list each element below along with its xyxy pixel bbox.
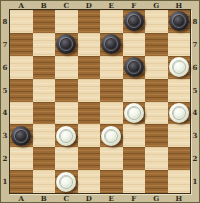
square-e8[interactable] [100, 10, 123, 33]
file-label-c: C [55, 194, 78, 202]
square-c4[interactable] [55, 102, 78, 125]
white-man[interactable] [169, 103, 189, 123]
square-e5[interactable] [100, 79, 123, 102]
white-man[interactable] [56, 126, 76, 146]
square-d7[interactable] [78, 33, 101, 56]
file-label-f: F [123, 194, 146, 202]
square-b6[interactable] [33, 56, 56, 79]
square-f6[interactable] [123, 56, 146, 79]
square-f4[interactable] [123, 102, 146, 125]
rank-label-4: 4 [1, 102, 9, 125]
rank-label-3: 3 [1, 124, 9, 147]
square-f1[interactable] [123, 170, 146, 193]
black-man[interactable] [169, 11, 189, 31]
square-d5[interactable] [78, 79, 101, 102]
square-c8[interactable] [55, 10, 78, 33]
rank-labels-right: 87654321 [191, 10, 199, 193]
checkers-board-widget: ABCDEFGH 87654321 87654321 ABCDEFGH [0, 0, 200, 203]
square-a4[interactable] [10, 102, 33, 125]
square-b3[interactable] [33, 124, 56, 147]
square-a5[interactable] [10, 79, 33, 102]
square-h4[interactable] [168, 102, 191, 125]
file-label-g: G [145, 194, 168, 202]
square-e2[interactable] [100, 147, 123, 170]
rank-label-3: 3 [191, 124, 199, 147]
square-d4[interactable] [78, 102, 101, 125]
square-a6[interactable] [10, 56, 33, 79]
file-label-d: D [78, 1, 101, 9]
file-label-d: D [78, 194, 101, 202]
square-d2[interactable] [78, 147, 101, 170]
black-man[interactable] [11, 126, 31, 146]
square-h7[interactable] [168, 33, 191, 56]
square-h1[interactable] [168, 170, 191, 193]
square-h8[interactable] [168, 10, 191, 33]
rank-label-5: 5 [1, 79, 9, 102]
file-label-h: H [168, 1, 191, 9]
rank-label-7: 7 [191, 33, 199, 56]
square-a8[interactable] [10, 10, 33, 33]
file-labels-bottom: ABCDEFGH [10, 194, 190, 202]
rank-label-8: 8 [1, 10, 9, 33]
file-label-f: F [123, 1, 146, 9]
square-b7[interactable] [33, 33, 56, 56]
square-g4[interactable] [145, 102, 168, 125]
file-label-c: C [55, 1, 78, 9]
square-b4[interactable] [33, 102, 56, 125]
square-g1[interactable] [145, 170, 168, 193]
square-d6[interactable] [78, 56, 101, 79]
white-man[interactable] [124, 103, 144, 123]
white-man[interactable] [56, 172, 76, 192]
square-c1[interactable] [55, 170, 78, 193]
square-b5[interactable] [33, 79, 56, 102]
rank-label-5: 5 [191, 79, 199, 102]
square-f5[interactable] [123, 79, 146, 102]
square-g8[interactable] [145, 10, 168, 33]
square-f8[interactable] [123, 10, 146, 33]
rank-label-7: 7 [1, 33, 9, 56]
square-g6[interactable] [145, 56, 168, 79]
white-man[interactable] [101, 126, 121, 146]
file-label-a: A [10, 1, 33, 9]
square-b1[interactable] [33, 170, 56, 193]
file-label-e: E [100, 1, 123, 9]
rank-label-8: 8 [191, 10, 199, 33]
square-h2[interactable] [168, 147, 191, 170]
square-e7[interactable] [100, 33, 123, 56]
square-f3[interactable] [123, 124, 146, 147]
rank-label-6: 6 [191, 56, 199, 79]
file-label-b: B [33, 194, 56, 202]
square-a1[interactable] [10, 170, 33, 193]
square-h5[interactable] [168, 79, 191, 102]
square-h6[interactable] [168, 56, 191, 79]
rank-label-4: 4 [191, 102, 199, 125]
black-man[interactable] [124, 57, 144, 77]
square-d3[interactable] [78, 124, 101, 147]
square-c6[interactable] [55, 56, 78, 79]
rank-labels-left: 87654321 [1, 10, 9, 193]
square-e4[interactable] [100, 102, 123, 125]
white-man[interactable] [169, 57, 189, 77]
square-g5[interactable] [145, 79, 168, 102]
file-label-g: G [145, 1, 168, 9]
black-man[interactable] [101, 34, 121, 54]
rank-label-2: 2 [191, 147, 199, 170]
square-c7[interactable] [55, 33, 78, 56]
square-c3[interactable] [55, 124, 78, 147]
square-e3[interactable] [100, 124, 123, 147]
black-man[interactable] [56, 34, 76, 54]
rank-label-1: 1 [1, 170, 9, 193]
square-g7[interactable] [145, 33, 168, 56]
square-c5[interactable] [55, 79, 78, 102]
rank-label-2: 2 [1, 147, 9, 170]
square-a3[interactable] [10, 124, 33, 147]
file-label-a: A [10, 194, 33, 202]
square-b2[interactable] [33, 147, 56, 170]
file-label-h: H [168, 194, 191, 202]
square-a2[interactable] [10, 147, 33, 170]
rank-label-1: 1 [191, 170, 199, 193]
square-e1[interactable] [100, 170, 123, 193]
square-h3[interactable] [168, 124, 191, 147]
file-labels-top: ABCDEFGH [10, 1, 190, 9]
square-f2[interactable] [123, 147, 146, 170]
square-f7[interactable] [123, 33, 146, 56]
square-e6[interactable] [100, 56, 123, 79]
black-man[interactable] [124, 11, 144, 31]
square-a7[interactable] [10, 33, 33, 56]
square-c2[interactable] [55, 147, 78, 170]
file-label-b: B [33, 1, 56, 9]
file-label-e: E [100, 194, 123, 202]
square-d1[interactable] [78, 170, 101, 193]
checkers-board [9, 9, 191, 194]
square-g2[interactable] [145, 147, 168, 170]
rank-label-6: 6 [1, 56, 9, 79]
square-b8[interactable] [33, 10, 56, 33]
square-d8[interactable] [78, 10, 101, 33]
square-g3[interactable] [145, 124, 168, 147]
